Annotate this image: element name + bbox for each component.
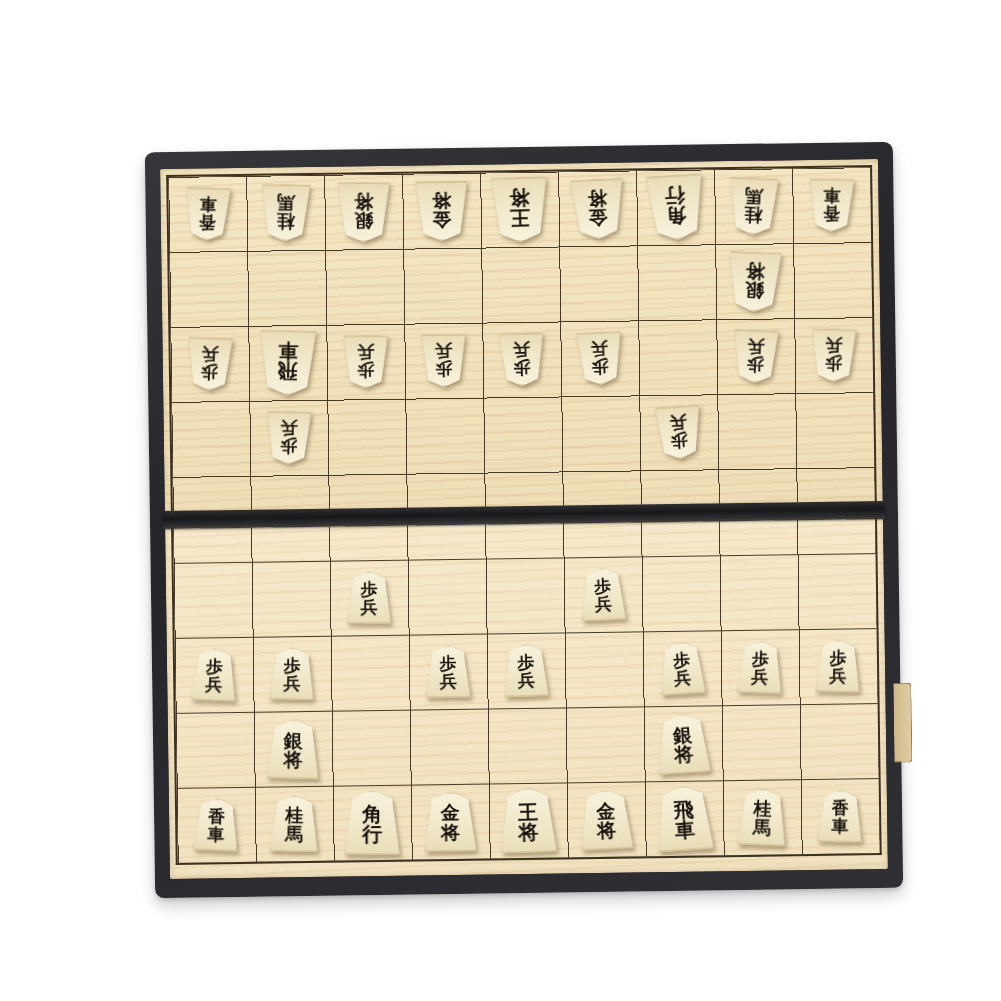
piece-kanji: 角 [362, 804, 382, 824]
piece-knight-sente[interactable]: 桂馬 [737, 788, 788, 846]
piece-kanji: 歩 [591, 357, 609, 375]
piece-kanji: 将 [432, 190, 451, 210]
piece-kanji: 歩 [435, 359, 452, 377]
piece-kanji: 車 [199, 195, 217, 213]
piece-pawn-sente[interactable]: 歩兵 [425, 645, 472, 699]
piece-kanji: 車 [831, 817, 848, 835]
piece-pawn-gote[interactable]: 歩兵 [420, 334, 467, 388]
piece-kanji: 馬 [277, 193, 295, 212]
piece-kanji: 行 [362, 824, 382, 844]
piece-kanji: 兵 [513, 341, 531, 359]
piece-lance-gote[interactable]: 香車 [808, 178, 855, 232]
piece-kanji: 車 [823, 187, 840, 205]
piece-pawn-sente[interactable]: 歩兵 [815, 639, 862, 693]
piece-kanji: 将 [354, 191, 373, 210]
piece-gold-sente[interactable]: 金将 [423, 791, 478, 852]
piece-kanji: 香 [823, 204, 840, 222]
piece-kanji: 兵 [669, 413, 687, 431]
piece-kanji: 兵 [280, 419, 297, 437]
piece-kanji: 歩 [670, 431, 688, 449]
piece-kanji: 馬 [285, 825, 303, 844]
piece-kanji: 兵 [747, 337, 765, 355]
piece-kanji: 将 [597, 820, 617, 840]
piece-pawn-gote[interactable]: 歩兵 [265, 411, 312, 465]
piece-kanji: 車 [278, 341, 298, 362]
piece-pawn-gote[interactable]: 歩兵 [576, 332, 623, 386]
piece-kanji: 兵 [283, 675, 300, 693]
piece-kanji: 将 [587, 187, 607, 207]
piece-pawn-sente[interactable]: 歩兵 [269, 647, 316, 701]
piece-kanji: 兵 [357, 343, 374, 360]
piece-kanji: 兵 [435, 342, 452, 360]
piece-kanji: 兵 [751, 668, 769, 686]
piece-kanji: 兵 [595, 595, 613, 613]
piece-kanji: 飛 [277, 361, 297, 382]
piece-gold-gote[interactable]: 金将 [570, 178, 625, 239]
piece-kanji: 歩 [280, 436, 297, 454]
piece-kanji: 桂 [276, 211, 294, 230]
piece-gold-gote[interactable]: 金将 [414, 180, 469, 241]
piece-kanji: 王 [510, 208, 531, 229]
piece-pawn-gote[interactable]: 歩兵 [342, 335, 389, 389]
piece-kanji: 銀 [284, 731, 303, 751]
piece-kanji: 兵 [590, 340, 608, 358]
piece-silver-gote[interactable]: 銀将 [727, 251, 782, 312]
piece-rook-gote[interactable]: 飛車 [258, 330, 317, 396]
piece-kanji: 将 [509, 187, 530, 208]
piece-kanji: 香 [199, 212, 217, 230]
piece-pawn-sente[interactable]: 歩兵 [737, 640, 784, 694]
piece-silver-gote[interactable]: 銀将 [336, 181, 391, 242]
piece-kanji: 行 [664, 185, 685, 207]
piece-kanji: 兵 [829, 667, 846, 685]
piece-rook-sente[interactable]: 飛車 [655, 785, 714, 851]
piece-king-sente[interactable]: 王将 [499, 788, 558, 854]
piece-pawn-sente[interactable]: 歩兵 [503, 644, 550, 698]
piece-kanji: 角 [666, 205, 687, 227]
piece-kanji: 将 [674, 744, 694, 765]
piece-kanji: 歩 [825, 354, 842, 372]
piece-pawn-sente[interactable]: 歩兵 [580, 568, 627, 622]
piece-king-gote[interactable]: 王将 [490, 177, 549, 243]
piece-knight-gote[interactable]: 桂馬 [728, 177, 779, 235]
piece-bishop-sente[interactable]: 角行 [343, 790, 402, 856]
piece-lance-gote[interactable]: 香車 [184, 187, 231, 241]
piece-kanji: 桂 [744, 205, 763, 224]
piece-kanji: 兵 [674, 669, 692, 687]
piece-kanji: 歩 [357, 361, 374, 378]
piece-pawn-gote[interactable]: 歩兵 [498, 333, 545, 387]
piece-pawn-sente[interactable]: 歩兵 [659, 641, 706, 695]
piece-silver-sente[interactable]: 銀将 [656, 713, 711, 774]
piece-silver-sente[interactable]: 銀将 [266, 718, 321, 779]
piece-lance-sente[interactable]: 香車 [193, 798, 240, 852]
piece-kanji: 車 [207, 826, 225, 844]
piece-kanji: 銀 [354, 210, 373, 229]
piece-pawn-gote[interactable]: 歩兵 [810, 328, 857, 382]
piece-pawn-sente[interactable]: 歩兵 [346, 571, 393, 625]
piece-kanji: 車 [674, 819, 695, 841]
piece-knight-sente[interactable]: 桂馬 [269, 795, 320, 853]
piece-kanji: 将 [283, 750, 302, 770]
piece-kanji: 歩 [201, 362, 219, 380]
piece-kanji: 将 [441, 823, 460, 843]
piece-layer: 香車桂馬銀将金将王将金将角行桂馬香車銀将歩兵飛車歩兵歩兵歩兵歩兵歩兵歩兵歩兵歩兵… [145, 142, 903, 898]
shogi-board: 香車桂馬銀将金将王将金将角行桂馬香車銀将歩兵飛車歩兵歩兵歩兵歩兵歩兵歩兵歩兵歩兵… [145, 142, 903, 898]
piece-kanji: 馬 [752, 818, 771, 837]
piece-kanji: 兵 [518, 671, 536, 689]
piece-pawn-gote[interactable]: 歩兵 [655, 406, 702, 460]
piece-kanji: 馬 [745, 186, 764, 205]
piece-kanji: 兵 [825, 337, 842, 355]
piece-gold-sente[interactable]: 金将 [579, 789, 634, 850]
piece-kanji: 兵 [201, 345, 219, 363]
piece-lance-sente[interactable]: 香車 [817, 789, 864, 843]
piece-bishop-gote[interactable]: 角行 [646, 174, 705, 240]
piece-kanji: 将 [518, 822, 539, 843]
piece-kanji: 兵 [205, 676, 223, 694]
piece-pawn-gote[interactable]: 歩兵 [732, 329, 779, 383]
piece-kanji: 兵 [440, 673, 457, 691]
piece-kanji: 歩 [513, 358, 531, 376]
piece-pawn-gote[interactable]: 歩兵 [186, 337, 233, 391]
piece-knight-gote[interactable]: 桂馬 [260, 184, 311, 242]
piece-kanji: 歩 [747, 355, 765, 373]
piece-pawn-sente[interactable]: 歩兵 [191, 648, 238, 702]
piece-kanji: 将 [745, 260, 765, 280]
piece-kanji: 金 [432, 209, 451, 229]
piece-kanji: 兵 [361, 599, 378, 616]
